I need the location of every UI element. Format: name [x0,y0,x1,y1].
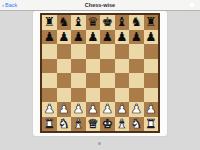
black-pawn: ♟ [44,30,55,43]
square-a2[interactable]: ♟ [42,102,57,117]
white-pawn: ♟ [73,103,84,116]
square-a4[interactable] [42,73,57,88]
square-e7[interactable]: ♟ [100,30,115,45]
square-a8[interactable]: ♜ [42,15,57,30]
square-e3[interactable] [100,88,115,103]
square-g1[interactable]: ♞ [129,117,144,132]
black-rook: ♜ [44,16,55,29]
square-h8[interactable]: ♜ [144,15,159,30]
black-pawn: ♟ [102,30,113,43]
square-b1[interactable]: ♞ [57,117,72,132]
black-pawn: ♟ [145,30,156,43]
white-pawn: ♟ [116,103,127,116]
square-e2[interactable]: ♟ [100,102,115,117]
square-e1[interactable]: ♚ [100,117,115,132]
square-c2[interactable]: ♟ [71,102,86,117]
white-knight: ♞ [131,117,142,130]
white-rook: ♜ [44,117,55,130]
square-g3[interactable] [129,88,144,103]
white-king: ♚ [102,117,113,130]
square-c5[interactable] [71,59,86,74]
square-h2[interactable]: ♟ [144,102,159,117]
white-pawn: ♟ [102,103,113,116]
square-f5[interactable] [115,59,130,74]
black-pawn: ♟ [73,30,84,43]
black-bishop: ♝ [116,16,127,29]
square-h5[interactable] [144,59,159,74]
square-b5[interactable] [57,59,72,74]
white-pawn: ♟ [131,103,142,116]
square-h6[interactable] [144,44,159,59]
square-d8[interactable]: ♛ [86,15,101,30]
square-f6[interactable] [115,44,130,59]
square-g2[interactable]: ♟ [129,102,144,117]
square-f7[interactable]: ♟ [115,30,130,45]
square-c6[interactable] [71,44,86,59]
square-d5[interactable] [86,59,101,74]
black-bishop: ♝ [73,16,84,29]
white-bishop: ♝ [116,117,127,130]
square-b4[interactable] [57,73,72,88]
square-f8[interactable]: ♝ [115,15,130,30]
square-b2[interactable]: ♟ [57,102,72,117]
square-f3[interactable] [115,88,130,103]
square-h3[interactable] [144,88,159,103]
navigation-bar: ‹ Back Chess-wise [0,0,200,11]
square-d4[interactable] [86,73,101,88]
black-king: ♚ [102,16,113,29]
square-e5[interactable] [100,59,115,74]
square-g4[interactable] [129,73,144,88]
square-e6[interactable] [100,44,115,59]
white-knight: ♞ [58,117,69,130]
chess-board: ♜♞♝♛♚♝♞♜♟♟♟♟♟♟♟♟♟♟♟♟♟♟♟♟♜♞♝♛♚♝♞♜ [40,13,160,133]
white-rook: ♜ [145,117,156,130]
black-queen: ♛ [87,16,98,29]
square-g8[interactable]: ♞ [129,15,144,30]
square-d7[interactable]: ♟ [86,30,101,45]
black-rook: ♜ [145,16,156,29]
white-queen: ♛ [87,117,98,130]
black-pawn: ♟ [58,30,69,43]
white-pawn: ♟ [145,103,156,116]
white-bishop: ♝ [73,117,84,130]
white-circle-icon[interactable] [189,2,195,8]
square-c3[interactable] [71,88,86,103]
square-b6[interactable] [57,44,72,59]
square-g6[interactable] [129,44,144,59]
square-a3[interactable] [42,88,57,103]
square-h4[interactable] [144,73,159,88]
square-f1[interactable]: ♝ [115,117,130,132]
square-h1[interactable]: ♜ [144,117,159,132]
black-knight: ♞ [131,16,142,29]
page-title: Chess-wise [0,0,200,10]
black-knight: ♞ [58,16,69,29]
square-c8[interactable]: ♝ [71,15,86,30]
square-e8[interactable]: ♚ [100,15,115,30]
square-f4[interactable] [115,73,130,88]
home-indicator-dot [98,142,101,145]
square-d3[interactable] [86,88,101,103]
black-pawn: ♟ [116,30,127,43]
square-h7[interactable]: ♟ [144,30,159,45]
black-pawn: ♟ [131,30,142,43]
white-pawn: ♟ [87,103,98,116]
square-a7[interactable]: ♟ [42,30,57,45]
square-a5[interactable] [42,59,57,74]
square-c1[interactable]: ♝ [71,117,86,132]
square-d2[interactable]: ♟ [86,102,101,117]
white-pawn: ♟ [58,103,69,116]
square-e4[interactable] [100,73,115,88]
square-g7[interactable]: ♟ [129,30,144,45]
square-d6[interactable] [86,44,101,59]
square-c4[interactable] [71,73,86,88]
square-b3[interactable] [57,88,72,103]
square-c7[interactable]: ♟ [71,30,86,45]
black-pawn: ♟ [87,30,98,43]
square-d1[interactable]: ♛ [86,117,101,132]
square-b8[interactable]: ♞ [57,15,72,30]
square-b7[interactable]: ♟ [57,30,72,45]
white-pawn: ♟ [44,103,55,116]
square-a6[interactable] [42,44,57,59]
square-g5[interactable] [129,59,144,74]
square-a1[interactable]: ♜ [42,117,57,132]
square-f2[interactable]: ♟ [115,102,130,117]
